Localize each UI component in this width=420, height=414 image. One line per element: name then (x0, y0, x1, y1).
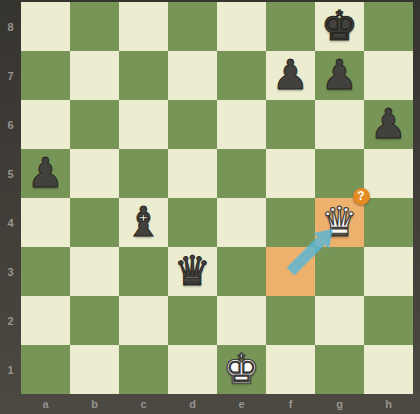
square-d8[interactable] (168, 2, 217, 51)
square-d6[interactable] (168, 100, 217, 149)
square-e7[interactable] (217, 51, 266, 100)
square-a5[interactable] (21, 149, 70, 198)
square-d5[interactable] (168, 149, 217, 198)
square-e6[interactable] (217, 100, 266, 149)
mistake-badge-symbol: ? (357, 188, 364, 205)
square-a1[interactable] (21, 345, 70, 394)
square-c6[interactable] (119, 100, 168, 149)
square-e3[interactable] (217, 247, 266, 296)
file-label-c: c (119, 394, 168, 414)
square-c8[interactable] (119, 2, 168, 51)
square-h6[interactable] (364, 100, 413, 149)
square-f6[interactable] (266, 100, 315, 149)
square-h3[interactable] (364, 247, 413, 296)
square-a4[interactable] (21, 198, 70, 247)
square-a7[interactable] (21, 51, 70, 100)
square-c4[interactable] (119, 198, 168, 247)
square-d3[interactable] (168, 247, 217, 296)
square-a3[interactable] (21, 247, 70, 296)
square-e2[interactable] (217, 296, 266, 345)
square-g7[interactable] (315, 51, 364, 100)
square-c5[interactable] (119, 149, 168, 198)
rank-label-2: 2 (0, 296, 21, 345)
square-e1[interactable] (217, 345, 266, 394)
square-h5[interactable] (364, 149, 413, 198)
square-h2[interactable] (364, 296, 413, 345)
square-a8[interactable] (21, 2, 70, 51)
square-d4[interactable] (168, 198, 217, 247)
square-b3[interactable] (70, 247, 119, 296)
square-b4[interactable] (70, 198, 119, 247)
square-g1[interactable] (315, 345, 364, 394)
mistake-badge: ? (353, 188, 370, 205)
square-f8[interactable] (266, 2, 315, 51)
file-label-b: b (70, 394, 119, 414)
square-g4[interactable] (315, 198, 364, 247)
square-a6[interactable] (21, 100, 70, 149)
file-label-g: g (315, 394, 364, 414)
file-label-d: d (168, 394, 217, 414)
square-f5[interactable] (266, 149, 315, 198)
square-f1[interactable] (266, 345, 315, 394)
rank-label-3: 3 (0, 247, 21, 296)
square-e8[interactable] (217, 2, 266, 51)
square-g3[interactable] (315, 247, 364, 296)
square-a2[interactable] (21, 296, 70, 345)
square-b5[interactable] (70, 149, 119, 198)
square-f7[interactable] (266, 51, 315, 100)
square-h4[interactable] (364, 198, 413, 247)
square-d2[interactable] (168, 296, 217, 345)
square-h8[interactable] (364, 2, 413, 51)
square-f2[interactable] (266, 296, 315, 345)
rank-label-4: 4 (0, 198, 21, 247)
rank-label-6: 6 (0, 100, 21, 149)
file-label-e: e (217, 394, 266, 414)
square-g8[interactable] (315, 2, 364, 51)
square-b8[interactable] (70, 2, 119, 51)
square-e4[interactable] (217, 198, 266, 247)
square-b7[interactable] (70, 51, 119, 100)
square-d1[interactable] (168, 345, 217, 394)
square-g6[interactable] (315, 100, 364, 149)
file-label-f: f (266, 394, 315, 414)
square-e5[interactable] (217, 149, 266, 198)
square-d7[interactable] (168, 51, 217, 100)
square-h7[interactable] (364, 51, 413, 100)
square-c2[interactable] (119, 296, 168, 345)
rank-label-7: 7 (0, 51, 21, 100)
square-c1[interactable] (119, 345, 168, 394)
square-g2[interactable] (315, 296, 364, 345)
rank-label-5: 5 (0, 149, 21, 198)
square-c7[interactable] (119, 51, 168, 100)
file-label-a: a (21, 394, 70, 414)
file-label-h: h (364, 394, 413, 414)
square-b6[interactable] (70, 100, 119, 149)
square-b2[interactable] (70, 296, 119, 345)
square-c3[interactable] (119, 247, 168, 296)
rank-label-8: 8 (0, 2, 21, 51)
square-f3[interactable] (266, 247, 315, 296)
square-b1[interactable] (70, 345, 119, 394)
rank-label-1: 1 (0, 345, 21, 394)
square-h1[interactable] (364, 345, 413, 394)
square-f4[interactable] (266, 198, 315, 247)
